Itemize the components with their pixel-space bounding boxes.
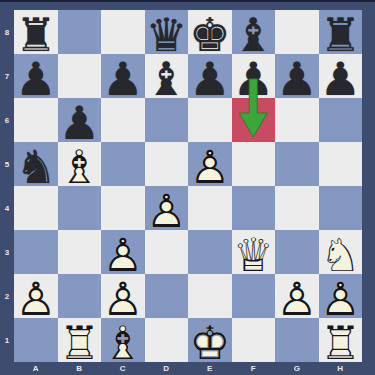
square-e3[interactable] xyxy=(188,230,232,274)
piece-glyph: ♚ xyxy=(188,13,232,57)
square-g7[interactable]: ♟ xyxy=(275,54,319,98)
square-e1[interactable]: ♚♔ xyxy=(188,318,232,362)
black-pawn[interactable]: ♟ xyxy=(275,54,319,98)
piece-glyph: ♞ xyxy=(14,145,58,189)
white-rook[interactable]: ♜♖ xyxy=(58,318,102,362)
black-pawn[interactable]: ♟ xyxy=(188,54,232,98)
black-queen[interactable]: ♛ xyxy=(145,10,189,54)
square-a8[interactable]: ♜ xyxy=(14,10,58,54)
square-d7[interactable]: ♝ xyxy=(145,54,189,98)
square-f1[interactable] xyxy=(232,318,276,362)
square-f2[interactable] xyxy=(232,274,276,318)
square-c5[interactable] xyxy=(101,142,145,186)
white-queen[interactable]: ♛♕ xyxy=(232,230,276,274)
piece-outline-glyph: ♖ xyxy=(58,321,102,365)
square-b8[interactable] xyxy=(58,10,102,54)
square-d5[interactable] xyxy=(145,142,189,186)
square-d3[interactable] xyxy=(145,230,189,274)
square-f4[interactable] xyxy=(232,186,276,230)
black-pawn[interactable]: ♟ xyxy=(319,54,363,98)
rank-label-4: 4 xyxy=(0,186,14,230)
square-g6[interactable] xyxy=(275,98,319,142)
square-h6[interactable] xyxy=(319,98,363,142)
piece-glyph: ♟ xyxy=(319,57,363,101)
square-h4[interactable] xyxy=(319,186,363,230)
square-c6[interactable] xyxy=(101,98,145,142)
piece-glyph: ♟ xyxy=(101,57,145,101)
square-a1[interactable] xyxy=(14,318,58,362)
white-knight[interactable]: ♞♘ xyxy=(319,230,363,274)
square-b6[interactable]: ♟ xyxy=(58,98,102,142)
piece-outline-glyph: ♙ xyxy=(101,277,145,321)
square-g8[interactable] xyxy=(275,10,319,54)
piece-outline-glyph: ♘ xyxy=(319,233,363,277)
square-b7[interactable] xyxy=(58,54,102,98)
piece-glyph: ♟ xyxy=(188,57,232,101)
rank-label-1: 1 xyxy=(0,318,14,362)
square-f3[interactable]: ♛♕ xyxy=(232,230,276,274)
square-e4[interactable] xyxy=(188,186,232,230)
square-f6[interactable] xyxy=(232,98,276,142)
square-h1[interactable]: ♜♖ xyxy=(319,318,363,362)
square-b5[interactable]: ♝♗ xyxy=(58,142,102,186)
white-pawn[interactable]: ♟♙ xyxy=(101,274,145,318)
file-label-g: G xyxy=(275,362,319,375)
square-g3[interactable] xyxy=(275,230,319,274)
square-f8[interactable]: ♝ xyxy=(232,10,276,54)
piece-outline-glyph: ♕ xyxy=(232,233,276,277)
square-f5[interactable] xyxy=(232,142,276,186)
piece-glyph: ♝ xyxy=(145,57,189,101)
square-h2[interactable]: ♟♙ xyxy=(319,274,363,318)
black-pawn[interactable]: ♟ xyxy=(14,54,58,98)
black-pawn[interactable]: ♟ xyxy=(232,54,276,98)
piece-glyph: ♜ xyxy=(319,13,363,57)
piece-glyph: ♟ xyxy=(275,57,319,101)
rank-label-3: 3 xyxy=(0,230,14,274)
white-king[interactable]: ♚♔ xyxy=(188,318,232,362)
white-pawn[interactable]: ♟♙ xyxy=(188,142,232,186)
square-a5[interactable]: ♞ xyxy=(14,142,58,186)
rank-label-2: 2 xyxy=(0,274,14,318)
black-pawn[interactable]: ♟ xyxy=(58,98,102,142)
square-g1[interactable] xyxy=(275,318,319,362)
black-bishop[interactable]: ♝ xyxy=(145,54,189,98)
square-h7[interactable]: ♟ xyxy=(319,54,363,98)
piece-glyph: ♜ xyxy=(14,13,58,57)
white-pawn[interactable]: ♟♙ xyxy=(101,230,145,274)
piece-glyph: ♛ xyxy=(145,13,189,57)
square-c7[interactable]: ♟ xyxy=(101,54,145,98)
square-g4[interactable] xyxy=(275,186,319,230)
square-b3[interactable] xyxy=(58,230,102,274)
square-e8[interactable]: ♚ xyxy=(188,10,232,54)
black-pawn[interactable]: ♟ xyxy=(101,54,145,98)
file-label-d: D xyxy=(145,362,189,375)
rank-label-6: 6 xyxy=(0,98,14,142)
white-bishop[interactable]: ♝♗ xyxy=(101,318,145,362)
rank-label-8: 8 xyxy=(0,10,14,54)
square-c1[interactable]: ♝♗ xyxy=(101,318,145,362)
piece-outline-glyph: ♙ xyxy=(275,277,319,321)
square-h3[interactable]: ♞♘ xyxy=(319,230,363,274)
square-b1[interactable]: ♜♖ xyxy=(58,318,102,362)
square-a3[interactable] xyxy=(14,230,58,274)
piece-outline-glyph: ♙ xyxy=(188,145,232,189)
square-c3[interactable]: ♟♙ xyxy=(101,230,145,274)
white-pawn[interactable]: ♟♙ xyxy=(275,274,319,318)
square-c2[interactable]: ♟♙ xyxy=(101,274,145,318)
square-f7[interactable]: ♟ xyxy=(232,54,276,98)
rank-label-5: 5 xyxy=(0,142,14,186)
square-b4[interactable] xyxy=(58,186,102,230)
square-d6[interactable] xyxy=(145,98,189,142)
piece-outline-glyph: ♙ xyxy=(145,189,189,233)
black-knight[interactable]: ♞ xyxy=(14,142,58,186)
white-pawn[interactable]: ♟♙ xyxy=(14,274,58,318)
black-rook[interactable]: ♜ xyxy=(319,10,363,54)
square-d1[interactable] xyxy=(145,318,189,362)
square-c8[interactable] xyxy=(101,10,145,54)
piece-outline-glyph: ♔ xyxy=(188,321,232,365)
square-d8[interactable]: ♛ xyxy=(145,10,189,54)
square-e6[interactable] xyxy=(188,98,232,142)
piece-outline-glyph: ♙ xyxy=(319,277,363,321)
rank-labels: 87654321 xyxy=(0,10,14,362)
chess-board-frame: 87654321 ABCDEFGH ♜♛♚♝♜♟♟♝♟♟♟♟♟♞♝♗♟♙♟♙♟♙… xyxy=(0,0,375,375)
piece-outline-glyph: ♖ xyxy=(319,321,363,365)
square-h5[interactable] xyxy=(319,142,363,186)
square-a2[interactable]: ♟♙ xyxy=(14,274,58,318)
square-a4[interactable] xyxy=(14,186,58,230)
white-rook[interactable]: ♜♖ xyxy=(319,318,363,362)
frame-top-line xyxy=(0,0,375,2)
square-d4[interactable]: ♟♙ xyxy=(145,186,189,230)
chess-board: ♜♛♚♝♜♟♟♝♟♟♟♟♟♞♝♗♟♙♟♙♟♙♛♕♞♘♟♙♟♙♟♙♟♙♜♖♝♗♚♔… xyxy=(14,10,362,362)
piece-glyph: ♟ xyxy=(14,57,58,101)
black-bishop[interactable]: ♝ xyxy=(232,10,276,54)
square-b2[interactable] xyxy=(58,274,102,318)
piece-glyph: ♟ xyxy=(58,101,102,145)
square-g2[interactable]: ♟♙ xyxy=(275,274,319,318)
square-e2[interactable] xyxy=(188,274,232,318)
rank-label-7: 7 xyxy=(0,54,14,98)
piece-outline-glyph: ♙ xyxy=(14,277,58,321)
white-bishop[interactable]: ♝♗ xyxy=(58,142,102,186)
piece-outline-glyph: ♙ xyxy=(101,233,145,277)
black-rook[interactable]: ♜ xyxy=(14,10,58,54)
square-e7[interactable]: ♟ xyxy=(188,54,232,98)
piece-glyph: ♟ xyxy=(232,57,276,101)
square-e5[interactable]: ♟♙ xyxy=(188,142,232,186)
white-pawn[interactable]: ♟♙ xyxy=(319,274,363,318)
square-a6[interactable] xyxy=(14,98,58,142)
square-d2[interactable] xyxy=(145,274,189,318)
file-label-f: F xyxy=(232,362,276,375)
white-pawn[interactable]: ♟♙ xyxy=(145,186,189,230)
piece-outline-glyph: ♗ xyxy=(58,145,102,189)
black-king[interactable]: ♚ xyxy=(188,10,232,54)
square-c4[interactable] xyxy=(101,186,145,230)
file-label-a: A xyxy=(14,362,58,375)
square-g5[interactable] xyxy=(275,142,319,186)
square-h8[interactable]: ♜ xyxy=(319,10,363,54)
piece-glyph: ♝ xyxy=(232,13,276,57)
piece-outline-glyph: ♗ xyxy=(101,321,145,365)
square-a7[interactable]: ♟ xyxy=(14,54,58,98)
